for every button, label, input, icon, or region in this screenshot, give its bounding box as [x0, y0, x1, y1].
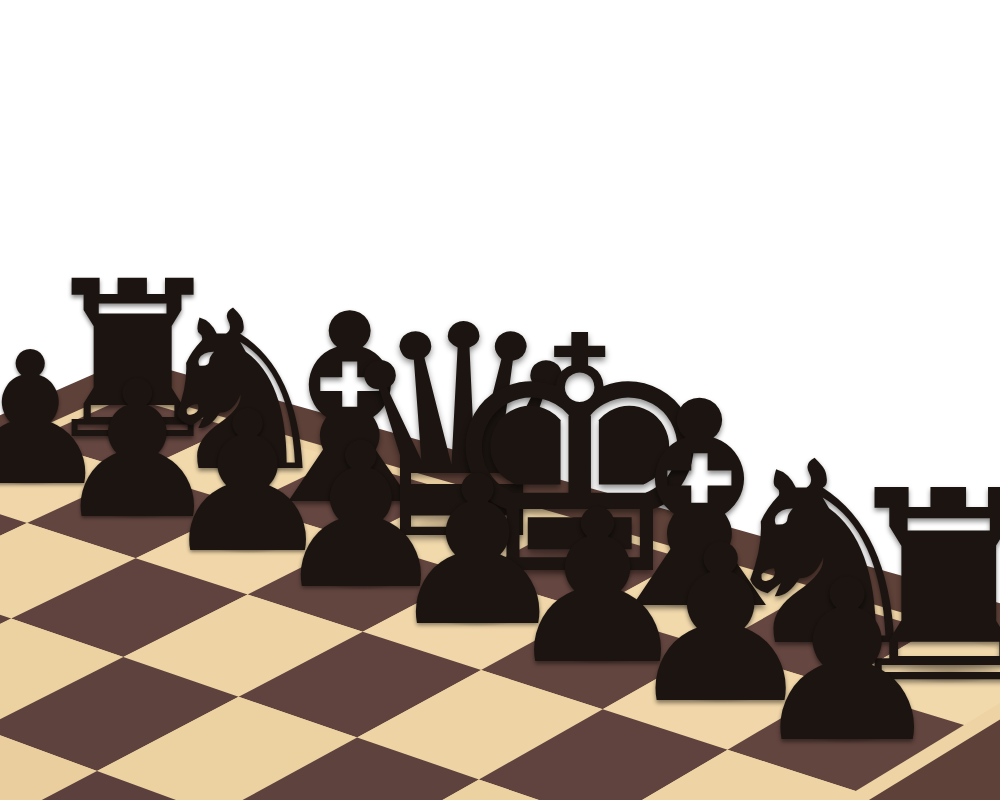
chess-set-photo: ♜♞♝♛♚♝♞♜♟♟♟♟♟♟♟♟: [0, 0, 1000, 800]
black-pawn-h7[interactable]: ♟: [747, 551, 947, 774]
black-pawn-icon: ♟: [747, 532, 947, 792]
